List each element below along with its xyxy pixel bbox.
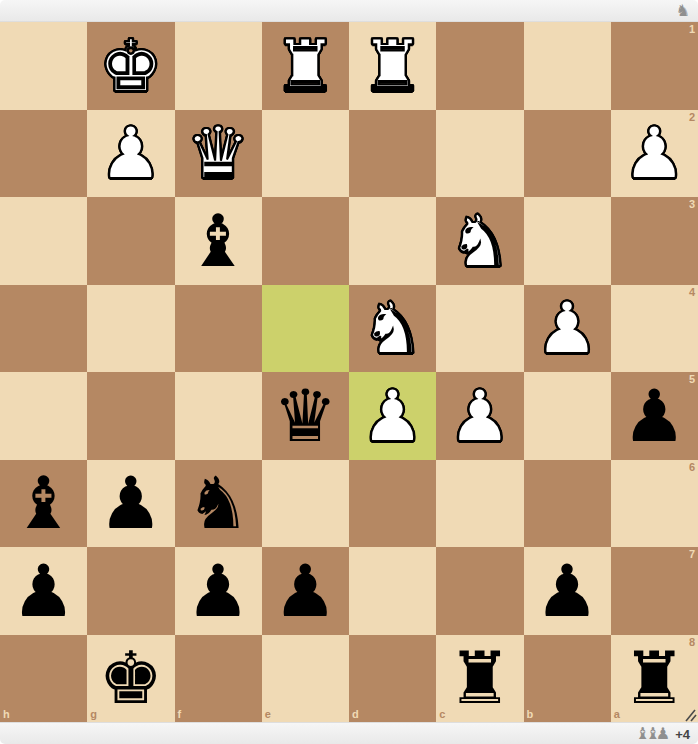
white-pawn[interactable]: ♟ [87, 110, 174, 198]
square-g1[interactable]: ♚ [87, 22, 174, 110]
white-king[interactable]: ♚ [87, 22, 174, 110]
square-a2[interactable]: ♟2 [611, 110, 698, 198]
square-b5[interactable] [524, 372, 611, 460]
board-resize-handle[interactable] [683, 708, 697, 722]
rank-label-3: 3 [689, 199, 695, 210]
square-a1[interactable]: 1 [611, 22, 698, 110]
bottom-material-bar: ♝♝♟ +4 [0, 722, 698, 744]
square-c7[interactable] [436, 547, 523, 635]
square-b1[interactable] [524, 22, 611, 110]
chess-board: ♚♜♜1♟♛♟2♝♞3♞♟4♛♟♟♟5♝♟♞6♟♟♟♟7h♚gfed♜cb♜a8 [0, 22, 698, 722]
square-h7[interactable]: ♟ [0, 547, 87, 635]
black-material-display: ♝♝♟ +4 [635, 723, 690, 744]
black-knight[interactable]: ♞ [175, 460, 262, 548]
white-rook[interactable]: ♜ [262, 22, 349, 110]
square-e2[interactable] [262, 110, 349, 198]
file-label-f: f [178, 709, 182, 720]
square-c8[interactable]: ♜c [436, 635, 523, 723]
square-g7[interactable] [87, 547, 174, 635]
white-rook[interactable]: ♜ [349, 22, 436, 110]
square-d7[interactable] [349, 547, 436, 635]
square-d5[interactable]: ♟ [349, 372, 436, 460]
black-bishop[interactable]: ♝ [0, 460, 87, 548]
knight-icon: ♞ [676, 1, 686, 20]
square-h2[interactable] [0, 110, 87, 198]
square-c5[interactable]: ♟ [436, 372, 523, 460]
file-label-h: h [3, 709, 10, 720]
white-queen[interactable]: ♛ [175, 110, 262, 198]
bishop-icon: ♝ [635, 724, 645, 743]
material-advantage-label: +4 [675, 727, 690, 742]
square-f7[interactable]: ♟ [175, 547, 262, 635]
rank-label-4: 4 [689, 287, 695, 298]
rank-label-7: 7 [689, 549, 695, 560]
white-pawn[interactable]: ♟ [349, 372, 436, 460]
black-pawn[interactable]: ♟ [87, 460, 174, 548]
square-d3[interactable] [349, 197, 436, 285]
square-g4[interactable] [87, 285, 174, 373]
black-queen[interactable]: ♛ [262, 372, 349, 460]
square-c3[interactable]: ♞ [436, 197, 523, 285]
square-e8[interactable]: e [262, 635, 349, 723]
square-f3[interactable]: ♝ [175, 197, 262, 285]
file-label-b: b [527, 709, 534, 720]
square-d6[interactable] [349, 460, 436, 548]
square-h4[interactable] [0, 285, 87, 373]
black-pawn[interactable]: ♟ [262, 547, 349, 635]
square-b3[interactable] [524, 197, 611, 285]
square-d2[interactable] [349, 110, 436, 198]
square-f8[interactable]: f [175, 635, 262, 723]
square-e1[interactable]: ♜ [262, 22, 349, 110]
file-label-d: d [352, 709, 359, 720]
white-knight[interactable]: ♞ [436, 197, 523, 285]
square-h1[interactable] [0, 22, 87, 110]
rank-label-1: 1 [689, 24, 695, 35]
top-material-bar: ♞ [0, 0, 698, 22]
square-f1[interactable] [175, 22, 262, 110]
square-d1[interactable]: ♜ [349, 22, 436, 110]
square-b2[interactable] [524, 110, 611, 198]
white-pawn[interactable]: ♟ [436, 372, 523, 460]
rank-label-6: 6 [689, 462, 695, 473]
square-e5[interactable]: ♛ [262, 372, 349, 460]
black-king[interactable]: ♚ [87, 635, 174, 723]
white-material-icons: ♞ [676, 3, 690, 19]
square-a3[interactable]: 3 [611, 197, 698, 285]
black-pawn[interactable]: ♟ [175, 547, 262, 635]
black-material-icons: ♝♝♟ [635, 726, 670, 742]
square-a5[interactable]: ♟5 [611, 372, 698, 460]
square-e3[interactable] [262, 197, 349, 285]
square-d4[interactable]: ♞ [349, 285, 436, 373]
square-a4[interactable]: 4 [611, 285, 698, 373]
square-c1[interactable] [436, 22, 523, 110]
file-label-e: e [265, 709, 271, 720]
black-rook[interactable]: ♜ [436, 635, 523, 723]
white-knight[interactable]: ♞ [349, 285, 436, 373]
square-f2[interactable]: ♛ [175, 110, 262, 198]
white-pawn[interactable]: ♟ [524, 285, 611, 373]
square-e7[interactable]: ♟ [262, 547, 349, 635]
bishop-icon: ♝ [645, 724, 655, 743]
square-a7[interactable]: 7 [611, 547, 698, 635]
square-b7[interactable]: ♟ [524, 547, 611, 635]
square-a6[interactable]: 6 [611, 460, 698, 548]
square-f4[interactable] [175, 285, 262, 373]
black-pawn[interactable]: ♟ [611, 372, 698, 460]
square-e4[interactable] [262, 285, 349, 373]
square-g6[interactable]: ♟ [87, 460, 174, 548]
square-d8[interactable]: d [349, 635, 436, 723]
black-pawn[interactable]: ♟ [524, 547, 611, 635]
square-g5[interactable] [87, 372, 174, 460]
square-g2[interactable]: ♟ [87, 110, 174, 198]
square-c6[interactable] [436, 460, 523, 548]
square-h5[interactable] [0, 372, 87, 460]
square-h3[interactable] [0, 197, 87, 285]
square-g3[interactable] [87, 197, 174, 285]
square-f6[interactable]: ♞ [175, 460, 262, 548]
square-f5[interactable] [175, 372, 262, 460]
black-bishop[interactable]: ♝ [175, 197, 262, 285]
square-c4[interactable] [436, 285, 523, 373]
square-b6[interactable] [524, 460, 611, 548]
white-pawn[interactable]: ♟ [611, 110, 698, 198]
square-b8[interactable]: b [524, 635, 611, 723]
black-pawn[interactable]: ♟ [0, 547, 87, 635]
chess-board-widget: ♞ ♚♜♜1♟♛♟2♝♞3♞♟4♛♟♟♟5♝♟♞6♟♟♟♟7h♚gfed♜cb♜… [0, 0, 698, 744]
square-b4[interactable]: ♟ [524, 285, 611, 373]
square-g8[interactable]: ♚g [87, 635, 174, 723]
pawn-icon: ♟ [656, 724, 666, 743]
square-e6[interactable] [262, 460, 349, 548]
square-h8[interactable]: h [0, 635, 87, 723]
square-c2[interactable] [436, 110, 523, 198]
square-h6[interactable]: ♝ [0, 460, 87, 548]
white-material-display: ♞ [676, 0, 690, 22]
